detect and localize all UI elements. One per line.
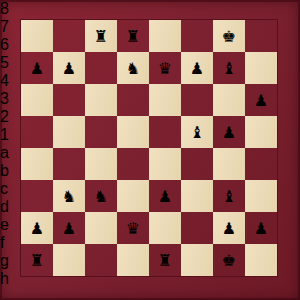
square-g1[interactable]: ♚ xyxy=(213,244,245,276)
square-c4[interactable] xyxy=(85,148,117,180)
black-knight[interactable]: ♞ xyxy=(126,59,140,78)
square-h5[interactable] xyxy=(245,116,277,148)
square-h4[interactable] xyxy=(245,148,277,180)
square-f2[interactable] xyxy=(181,212,213,244)
square-h6[interactable]: ♟ xyxy=(245,84,277,116)
white-pawn[interactable]: ♟ xyxy=(62,219,76,238)
square-a3[interactable] xyxy=(21,180,53,212)
square-b4[interactable] xyxy=(53,148,85,180)
square-d3[interactable] xyxy=(117,180,149,212)
square-e6[interactable] xyxy=(149,84,181,116)
black-bishop[interactable]: ♝ xyxy=(222,59,236,78)
square-g2[interactable]: ♟ xyxy=(213,212,245,244)
white-bishop[interactable]: ♝ xyxy=(222,187,236,206)
square-d5[interactable] xyxy=(117,116,149,148)
white-pawn[interactable]: ♟ xyxy=(222,219,236,238)
square-e2[interactable] xyxy=(149,212,181,244)
square-a4[interactable] xyxy=(21,148,53,180)
square-a5[interactable] xyxy=(21,116,53,148)
black-rook[interactable]: ♜ xyxy=(126,27,140,46)
square-d2[interactable]: ♛ xyxy=(117,212,149,244)
square-b6[interactable] xyxy=(53,84,85,116)
square-b3[interactable]: ♞ xyxy=(53,180,85,212)
square-c6[interactable] xyxy=(85,84,117,116)
square-d1[interactable] xyxy=(117,244,149,276)
black-pawn[interactable]: ♟ xyxy=(190,59,204,78)
square-e7[interactable]: ♛ xyxy=(149,52,181,84)
square-e8[interactable] xyxy=(149,20,181,52)
white-bishop[interactable]: ♝ xyxy=(190,123,204,142)
square-d7[interactable]: ♞ xyxy=(117,52,149,84)
square-h7[interactable] xyxy=(245,52,277,84)
black-pawn[interactable]: ♟ xyxy=(254,91,268,110)
square-d6[interactable] xyxy=(117,84,149,116)
square-f6[interactable] xyxy=(181,84,213,116)
white-king[interactable]: ♚ xyxy=(222,251,236,270)
square-g3[interactable]: ♝ xyxy=(213,180,245,212)
square-f7[interactable]: ♟ xyxy=(181,52,213,84)
square-f4[interactable] xyxy=(181,148,213,180)
square-c2[interactable] xyxy=(85,212,117,244)
square-c8[interactable]: ♜ xyxy=(85,20,117,52)
square-a1[interactable]: ♜ xyxy=(21,244,53,276)
square-b5[interactable] xyxy=(53,116,85,148)
square-g6[interactable] xyxy=(213,84,245,116)
square-e1[interactable]: ♜ xyxy=(149,244,181,276)
black-king[interactable]: ♚ xyxy=(222,27,236,46)
square-g8[interactable]: ♚ xyxy=(213,20,245,52)
square-b7[interactable]: ♟ xyxy=(53,52,85,84)
white-rook[interactable]: ♜ xyxy=(30,251,44,270)
square-b2[interactable]: ♟ xyxy=(53,212,85,244)
black-knight[interactable]: ♞ xyxy=(94,187,108,206)
square-f8[interactable] xyxy=(181,20,213,52)
black-pawn[interactable]: ♟ xyxy=(222,123,236,142)
white-pawn[interactable]: ♟ xyxy=(30,219,44,238)
square-f5[interactable]: ♝ xyxy=(181,116,213,148)
square-e4[interactable] xyxy=(149,148,181,180)
white-pawn[interactable]: ♟ xyxy=(158,187,172,206)
square-a2[interactable]: ♟ xyxy=(21,212,53,244)
square-c7[interactable] xyxy=(85,52,117,84)
board: ♜♜♚♟♟♞♛♟♝♟♝♟♞♞♟♝♟♟♛♟♟♜♜♚ xyxy=(21,20,277,276)
chess-board-frame: 87654321 ♜♜♚♟♟♞♛♟♝♟♝♟♞♞♟♝♟♟♛♟♟♜♜♚ abcdef… xyxy=(0,0,300,300)
square-h8[interactable] xyxy=(245,20,277,52)
black-pawn[interactable]: ♟ xyxy=(30,59,44,78)
square-b1[interactable] xyxy=(53,244,85,276)
square-g5[interactable]: ♟ xyxy=(213,116,245,148)
rank-label-8: 8 xyxy=(0,0,300,18)
square-a8[interactable] xyxy=(21,20,53,52)
square-f1[interactable] xyxy=(181,244,213,276)
square-b8[interactable] xyxy=(53,20,85,52)
square-h3[interactable] xyxy=(245,180,277,212)
black-rook[interactable]: ♜ xyxy=(94,27,108,46)
square-f3[interactable] xyxy=(181,180,213,212)
square-c1[interactable] xyxy=(85,244,117,276)
square-c3[interactable]: ♞ xyxy=(85,180,117,212)
square-g7[interactable]: ♝ xyxy=(213,52,245,84)
white-rook[interactable]: ♜ xyxy=(158,251,172,270)
black-queen[interactable]: ♛ xyxy=(158,59,172,78)
square-d8[interactable]: ♜ xyxy=(117,20,149,52)
white-queen[interactable]: ♛ xyxy=(126,219,140,238)
black-pawn[interactable]: ♟ xyxy=(62,59,76,78)
square-g4[interactable] xyxy=(213,148,245,180)
square-h2[interactable]: ♟ xyxy=(245,212,277,244)
square-a6[interactable] xyxy=(21,84,53,116)
square-c5[interactable] xyxy=(85,116,117,148)
square-d4[interactable] xyxy=(117,148,149,180)
square-a7[interactable]: ♟ xyxy=(21,52,53,84)
square-e3[interactable]: ♟ xyxy=(149,180,181,212)
square-h1[interactable] xyxy=(245,244,277,276)
white-pawn[interactable]: ♟ xyxy=(254,219,268,238)
white-knight[interactable]: ♞ xyxy=(62,187,76,206)
square-e5[interactable] xyxy=(149,116,181,148)
